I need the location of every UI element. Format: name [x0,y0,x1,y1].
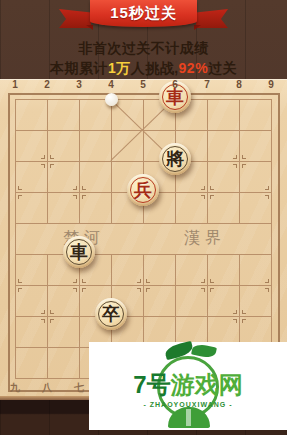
column-label-top: 7 [196,79,218,90]
point-marker [265,186,278,199]
board-cell[interactable] [48,348,80,379]
marker-corner [41,155,45,159]
watermark: 7号游戏网 - ZHAOYOUXIWANG - [89,342,287,430]
column-label-top: 9 [260,79,282,90]
board-cell[interactable] [16,348,48,379]
marker-corner [233,319,237,323]
watermark-title: 7号游戏网 [89,372,287,398]
marker-corner [73,279,77,283]
marker-corner [210,288,214,292]
piece-red-soldier[interactable]: 兵 [127,174,159,206]
timer-banner: 15秒过关 [0,0,287,32]
info-line2-suffix: 过关 [208,60,237,76]
point-marker [233,310,246,323]
board-cell[interactable] [240,100,272,131]
column-label-top: 4 [100,79,122,90]
column-label-top: 6 [164,79,186,90]
marker-corner [82,186,86,190]
ribbon-fold-right-icon [194,25,201,30]
marker-corner [73,195,77,199]
column-label-top: 8 [228,79,250,90]
board-cell[interactable] [16,100,48,131]
marker-corner [41,319,45,323]
marker-corner [201,279,205,283]
ribbon-banner: 15秒过关 [90,0,197,27]
point-marker [9,186,22,199]
marker-corner [201,195,205,199]
board-cell[interactable] [48,100,80,131]
point-marker [41,155,54,168]
marker-corner [242,319,246,323]
marker-corner [18,186,22,190]
point-marker [73,186,86,199]
pass-rate: 92% [179,60,209,76]
watermark-subtitle: - ZHAOYOUXIWANG - [89,401,287,408]
marker-corner [233,155,237,159]
marker-corner [265,279,269,283]
piece-black-soldier[interactable]: 卒 [95,298,127,330]
column-label-top: 3 [68,79,90,90]
marker-corner [201,186,205,190]
marker-corner [82,195,86,199]
point-marker [73,279,86,292]
board-cell[interactable] [112,131,144,162]
marker-corner [210,195,214,199]
watermark-title-left: 7号 [133,371,170,398]
marker-corner [73,186,77,190]
info-line2-middle: 人挑战, [131,60,179,76]
marker-corner [242,164,246,168]
marker-corner [146,279,150,283]
watermark-title-right: 游戏网 [171,371,243,398]
challenger-count: 1万 [108,60,131,76]
board-grid[interactable] [15,99,272,379]
marker-corner [242,310,246,314]
piece-char: 車 [63,236,95,268]
column-label-top: 1 [4,79,26,90]
marker-corner [233,164,237,168]
marker-corner [265,186,269,190]
column-label-top: 2 [36,79,58,90]
marker-corner [50,164,54,168]
board-cell[interactable] [80,131,112,162]
piece-black-chariot[interactable]: 車 [63,236,95,268]
info-line-1: 非首次过关不计成绩 [0,40,287,58]
point-marker [9,279,22,292]
point-marker [265,279,278,292]
marker-corner [50,155,54,159]
board-cell[interactable] [240,224,272,255]
marker-corner [18,288,22,292]
column-label-bottom: 八 [36,381,58,395]
marker-corner [73,288,77,292]
column-label-top: 5 [132,79,154,90]
point-marker [137,279,150,292]
marker-corner [41,310,45,314]
piece-char: 兵 [127,174,159,206]
marker-corner [201,288,205,292]
point-marker [201,279,214,292]
info-line2-prefix: 本期累计 [50,60,108,76]
marker-corner [18,195,22,199]
marker-corner [137,288,141,292]
board-cell[interactable] [112,224,144,255]
marker-corner [146,288,150,292]
piece-char: 將 [159,143,191,175]
timer-banner-label: 15秒过关 [110,4,177,23]
marker-corner [242,155,246,159]
info-line-2: 本期累计1万人挑战,92%过关 [0,60,287,78]
app-screen: 15秒过关 非首次过关不计成绩 本期累计1万人挑战,92%过关 楚河 漢界 車將… [0,0,287,435]
ribbon-fold-left-icon [86,25,93,30]
marker-corner [50,319,54,323]
marker-corner [210,279,214,283]
point-marker [233,155,246,168]
marker-corner [233,310,237,314]
piece-char: 卒 [95,298,127,330]
point-marker [41,310,54,323]
marker-corner [82,288,86,292]
marker-corner [41,164,45,168]
marker-corner [82,279,86,283]
marker-corner [18,279,22,283]
marker-corner [210,186,214,190]
column-label-bottom: 七 [68,381,90,395]
marker-corner [50,310,54,314]
board-cell[interactable] [16,224,48,255]
last-move-dot [105,93,118,106]
river-label-right: 漢界 [184,228,226,249]
piece-black-general[interactable]: 將 [159,143,191,175]
marker-corner [265,288,269,292]
board-cell[interactable] [208,100,240,131]
marker-corner [137,279,141,283]
marker-corner [265,195,269,199]
point-marker [201,186,214,199]
column-label-bottom: 九 [4,381,26,395]
board-cell[interactable] [144,224,176,255]
